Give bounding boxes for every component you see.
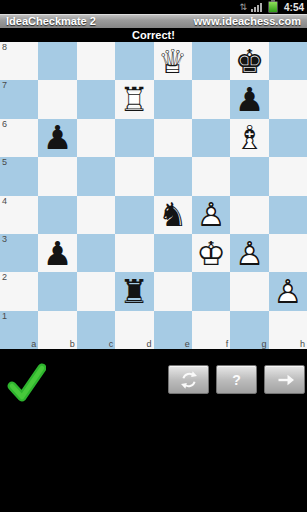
square-d2[interactable]: ♜︎ [115,272,153,310]
title-bar: IdeaCheckmate 2 www.ideachess.com [0,14,307,28]
square-c5[interactable] [77,157,115,195]
square-h4[interactable] [269,196,307,234]
status-time: 4:54 [284,2,304,13]
piece-black-king: ♚︎ [230,42,268,80]
app-title: IdeaCheckmate 2 [6,15,96,27]
square-g1[interactable]: g [230,311,268,349]
square-b6[interactable]: ♟︎ [38,119,76,157]
square-a4[interactable]: 4 [0,196,38,234]
square-b4[interactable] [38,196,76,234]
square-e5[interactable] [154,157,192,195]
square-g2[interactable] [230,272,268,310]
square-b7[interactable] [38,80,76,118]
square-b3[interactable]: ♟︎ [38,234,76,272]
square-c8[interactable] [77,42,115,80]
rank-label: 8 [2,42,7,52]
correct-check-icon [6,360,46,404]
square-h3[interactable] [269,234,307,272]
square-e6[interactable] [154,119,192,157]
piece-black-pawn: ♟︎ [38,119,76,157]
message-text: Correct! [132,29,175,41]
square-b8[interactable] [38,42,76,80]
square-h8[interactable] [269,42,307,80]
square-e3[interactable] [154,234,192,272]
control-panel: ? [0,349,307,512]
square-e8[interactable]: ♛︎♕︎ [154,42,192,80]
file-label: b [70,340,75,349]
square-a8[interactable]: 8 [0,42,38,80]
signal-strength-icon [251,2,262,12]
square-f6[interactable] [192,119,230,157]
square-a2[interactable]: 2 [0,272,38,310]
square-h1[interactable]: h [269,311,307,349]
square-f4[interactable]: ♟︎♙︎ [192,196,230,234]
square-c6[interactable] [77,119,115,157]
piece-white-rook: ♜︎♖︎ [115,80,153,118]
square-a7[interactable]: 7 [0,80,38,118]
status-bar: ⇅ 4:54 [0,0,307,14]
piece-black-rook: ♜︎ [115,272,153,310]
square-f3[interactable]: ♚︎♔︎ [192,234,230,272]
square-c7[interactable] [77,80,115,118]
file-label: f [226,340,229,349]
data-activity-icon: ⇅ [239,2,247,12]
question-icon: ? [232,372,241,388]
square-g4[interactable] [230,196,268,234]
square-e1[interactable]: e [154,311,192,349]
square-f1[interactable]: f [192,311,230,349]
arrow-right-icon [275,370,295,390]
square-g3[interactable]: ♟︎♙︎ [230,234,268,272]
square-c2[interactable] [77,272,115,310]
square-c1[interactable]: c [77,311,115,349]
square-d5[interactable] [115,157,153,195]
square-h7[interactable] [269,80,307,118]
chess-board: 8♛︎♕︎♚︎7♜︎♖︎♟︎6♟︎♝︎♗︎54♞︎♟︎♙︎3♟︎♚︎♔︎♟︎♙︎… [0,42,307,349]
file-label: c [109,340,114,349]
rank-label: 2 [2,272,7,282]
square-g5[interactable] [230,157,268,195]
piece-white-king: ♚︎♔︎ [192,234,230,272]
square-a5[interactable]: 5 [0,157,38,195]
square-b5[interactable] [38,157,76,195]
next-button[interactable] [264,365,305,394]
piece-black-pawn: ♟︎ [230,80,268,118]
square-f7[interactable] [192,80,230,118]
site-url: www.ideachess.com [194,15,301,27]
piece-white-bishop: ♝︎♗︎ [230,119,268,157]
rank-label: 5 [2,157,7,167]
square-h6[interactable] [269,119,307,157]
square-b2[interactable] [38,272,76,310]
file-label: h [300,340,305,349]
square-d6[interactable] [115,119,153,157]
square-g8[interactable]: ♚︎ [230,42,268,80]
piece-white-pawn: ♟︎♙︎ [192,196,230,234]
message-bar: Correct! [0,28,307,42]
square-e2[interactable] [154,272,192,310]
piece-black-knight: ♞︎ [154,196,192,234]
rank-label: 7 [2,80,7,90]
square-g6[interactable]: ♝︎♗︎ [230,119,268,157]
square-a3[interactable]: 3 [0,234,38,272]
square-h2[interactable]: ♟︎♙︎ [269,272,307,310]
square-g7[interactable]: ♟︎ [230,80,268,118]
square-d7[interactable]: ♜︎♖︎ [115,80,153,118]
battery-icon [268,1,278,13]
file-label: g [262,340,267,349]
piece-white-pawn: ♟︎♙︎ [269,272,307,310]
square-d8[interactable] [115,42,153,80]
rank-label: 1 [2,311,7,321]
app-screen: ⇅ 4:54 IdeaCheckmate 2 www.ideachess.com… [0,0,307,512]
file-label: e [185,340,190,349]
square-f8[interactable] [192,42,230,80]
square-d4[interactable] [115,196,153,234]
square-c4[interactable] [77,196,115,234]
square-a1[interactable]: 1a [0,311,38,349]
square-f2[interactable] [192,272,230,310]
rank-label: 4 [2,196,7,206]
piece-black-pawn: ♟︎ [38,234,76,272]
refresh-icon [179,370,199,390]
square-h5[interactable] [269,157,307,195]
hint-button[interactable]: ? [216,365,257,394]
rank-label: 3 [2,234,7,244]
square-b1[interactable]: b [38,311,76,349]
square-e7[interactable] [154,80,192,118]
rank-label: 6 [2,119,7,129]
square-d3[interactable] [115,234,153,272]
file-label: a [31,340,36,349]
piece-white-pawn: ♟︎♙︎ [230,234,268,272]
square-e4[interactable]: ♞︎ [154,196,192,234]
square-f5[interactable] [192,157,230,195]
square-a6[interactable]: 6 [0,119,38,157]
piece-white-queen: ♛︎♕︎ [154,42,192,80]
square-d1[interactable]: d [115,311,153,349]
button-row: ? [168,365,305,394]
file-label: d [146,340,151,349]
retry-button[interactable] [168,365,209,394]
square-c3[interactable] [77,234,115,272]
